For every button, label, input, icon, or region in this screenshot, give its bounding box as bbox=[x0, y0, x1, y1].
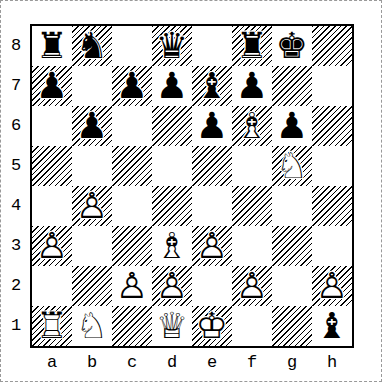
square-d3[interactable]: ♝♗ bbox=[152, 226, 192, 266]
piece-outline: ♙ bbox=[152, 266, 192, 306]
piece-fill: ♚ bbox=[272, 26, 312, 66]
rank-label-8: 8 bbox=[5, 26, 27, 66]
square-d5[interactable] bbox=[152, 146, 192, 186]
square-e2[interactable] bbox=[192, 266, 232, 306]
square-f5[interactable] bbox=[232, 146, 272, 186]
square-d8[interactable]: ♛ bbox=[152, 26, 192, 66]
black-pawn-piece[interactable]: ♟ bbox=[232, 66, 272, 106]
square-e3[interactable]: ♟♙ bbox=[192, 226, 232, 266]
square-g5[interactable]: ♞♘ bbox=[272, 146, 312, 186]
black-pawn-piece[interactable]: ♟ bbox=[112, 66, 152, 106]
square-c8[interactable] bbox=[112, 26, 152, 66]
white-pawn-piece[interactable]: ♟♙ bbox=[232, 266, 272, 306]
square-f4[interactable] bbox=[232, 186, 272, 226]
piece-outline: ♙ bbox=[312, 266, 352, 306]
square-d7[interactable]: ♟ bbox=[152, 66, 192, 106]
square-g6[interactable]: ♟ bbox=[272, 106, 312, 146]
piece-outline: ♙ bbox=[232, 266, 272, 306]
white-pawn-piece[interactable]: ♟♙ bbox=[72, 186, 112, 226]
square-b4[interactable]: ♟♙ bbox=[72, 186, 112, 226]
white-pawn-piece[interactable]: ♟♙ bbox=[152, 266, 192, 306]
piece-fill: ♞ bbox=[72, 26, 112, 66]
square-e4[interactable] bbox=[192, 186, 232, 226]
white-knight-piece[interactable]: ♞♘ bbox=[272, 146, 312, 186]
square-c5[interactable] bbox=[112, 146, 152, 186]
black-king-piece[interactable]: ♚ bbox=[272, 26, 312, 66]
square-h6[interactable] bbox=[312, 106, 352, 146]
square-c3[interactable] bbox=[112, 226, 152, 266]
white-queen-piece[interactable]: ♛♕ bbox=[152, 306, 192, 346]
white-bishop-piece[interactable]: ♝♗ bbox=[232, 106, 272, 146]
file-label-e: e bbox=[192, 350, 232, 376]
square-c1[interactable] bbox=[112, 306, 152, 346]
piece-fill: ♟ bbox=[112, 66, 152, 106]
file-label-c: c bbox=[112, 350, 152, 376]
black-rook-piece[interactable]: ♜ bbox=[32, 26, 72, 66]
black-pawn-piece[interactable]: ♟ bbox=[272, 106, 312, 146]
square-d4[interactable] bbox=[152, 186, 192, 226]
square-c7[interactable]: ♟ bbox=[112, 66, 152, 106]
black-pawn-piece[interactable]: ♟ bbox=[192, 106, 232, 146]
square-b5[interactable] bbox=[72, 146, 112, 186]
piece-fill: ♝ bbox=[312, 306, 352, 346]
white-pawn-piece[interactable]: ♟♙ bbox=[192, 226, 232, 266]
square-f3[interactable] bbox=[232, 226, 272, 266]
piece-outline: ♘ bbox=[72, 306, 112, 346]
square-h5[interactable] bbox=[312, 146, 352, 186]
square-e7[interactable]: ♝ bbox=[192, 66, 232, 106]
square-a6[interactable] bbox=[32, 106, 72, 146]
rank-label-5: 5 bbox=[5, 146, 27, 186]
square-f2[interactable]: ♟♙ bbox=[232, 266, 272, 306]
square-b7[interactable] bbox=[72, 66, 112, 106]
black-pawn-piece[interactable]: ♟ bbox=[72, 106, 112, 146]
piece-outline: ♕ bbox=[152, 306, 192, 346]
black-bishop-piece[interactable]: ♝ bbox=[312, 306, 352, 346]
piece-fill: ♜ bbox=[32, 26, 72, 66]
piece-outline: ♔ bbox=[192, 306, 232, 346]
square-b8[interactable]: ♞ bbox=[72, 26, 112, 66]
chess-board[interactable]: ♜♞♛♜♚♟♟♟♝♟♟♟♝♗♟♞♘♟♙♟♙♝♗♟♙♟♙♟♙♟♙♟♙♜♖♞♘♛♕♚… bbox=[32, 26, 352, 346]
white-knight-piece[interactable]: ♞♘ bbox=[72, 306, 112, 346]
square-b1[interactable]: ♞♘ bbox=[72, 306, 112, 346]
black-rook-piece[interactable]: ♜ bbox=[232, 26, 272, 66]
square-g8[interactable]: ♚ bbox=[272, 26, 312, 66]
board-frame: ♜♞♛♜♚♟♟♟♝♟♟♟♝♗♟♞♘♟♙♟♙♝♗♟♙♟♙♟♙♟♙♟♙♜♖♞♘♛♕♚… bbox=[30, 24, 354, 348]
square-e8[interactable] bbox=[192, 26, 232, 66]
square-a8[interactable]: ♜ bbox=[32, 26, 72, 66]
square-b3[interactable] bbox=[72, 226, 112, 266]
square-a3[interactable]: ♟♙ bbox=[32, 226, 72, 266]
square-e1[interactable]: ♚♔ bbox=[192, 306, 232, 346]
rank-label-6: 6 bbox=[5, 106, 27, 146]
file-label-a: a bbox=[32, 350, 72, 376]
square-f8[interactable]: ♜ bbox=[232, 26, 272, 66]
square-b6[interactable]: ♟ bbox=[72, 106, 112, 146]
square-g4[interactable] bbox=[272, 186, 312, 226]
square-g2[interactable] bbox=[272, 266, 312, 306]
piece-outline: ♙ bbox=[72, 186, 112, 226]
piece-outline: ♖ bbox=[32, 306, 72, 346]
white-pawn-piece[interactable]: ♟♙ bbox=[32, 226, 72, 266]
square-h3[interactable] bbox=[312, 226, 352, 266]
piece-fill: ♟ bbox=[232, 66, 272, 106]
file-label-g: g bbox=[272, 350, 312, 376]
white-pawn-piece[interactable]: ♟♙ bbox=[312, 266, 352, 306]
square-d1[interactable]: ♛♕ bbox=[152, 306, 192, 346]
piece-outline: ♙ bbox=[192, 226, 232, 266]
black-bishop-piece[interactable]: ♝ bbox=[192, 66, 232, 106]
rank-label-1: 1 bbox=[5, 306, 27, 346]
square-g7[interactable] bbox=[272, 66, 312, 106]
piece-fill: ♛ bbox=[152, 26, 192, 66]
file-label-b: b bbox=[72, 350, 112, 376]
file-label-d: d bbox=[152, 350, 192, 376]
black-queen-piece[interactable]: ♛ bbox=[152, 26, 192, 66]
square-a2[interactable] bbox=[32, 266, 72, 306]
piece-fill: ♟ bbox=[272, 106, 312, 146]
chess-diagram: 87654321 abcdefgh ♜♞♛♜♚♟♟♟♝♟♟♟♝♗♟♞♘♟♙♟♙♝… bbox=[0, 0, 382, 382]
piece-fill: ♟ bbox=[192, 106, 232, 146]
square-a4[interactable] bbox=[32, 186, 72, 226]
square-g1[interactable] bbox=[272, 306, 312, 346]
square-c6[interactable] bbox=[112, 106, 152, 146]
square-d2[interactable]: ♟♙ bbox=[152, 266, 192, 306]
white-pawn-piece[interactable]: ♟♙ bbox=[112, 266, 152, 306]
square-b2[interactable] bbox=[72, 266, 112, 306]
square-f6[interactable]: ♝♗ bbox=[232, 106, 272, 146]
piece-outline: ♙ bbox=[112, 266, 152, 306]
square-e5[interactable] bbox=[192, 146, 232, 186]
square-c2[interactable]: ♟♙ bbox=[112, 266, 152, 306]
square-f1[interactable] bbox=[232, 306, 272, 346]
file-label-f: f bbox=[232, 350, 272, 376]
piece-fill: ♜ bbox=[232, 26, 272, 66]
file-labels: abcdefgh bbox=[32, 350, 352, 376]
rank-labels: 87654321 bbox=[5, 26, 27, 346]
black-pawn-piece[interactable]: ♟ bbox=[32, 66, 72, 106]
square-h7[interactable] bbox=[312, 66, 352, 106]
square-h4[interactable] bbox=[312, 186, 352, 226]
piece-outline: ♙ bbox=[32, 226, 72, 266]
square-a1[interactable]: ♜♖ bbox=[32, 306, 72, 346]
white-rook-piece[interactable]: ♜♖ bbox=[32, 306, 72, 346]
square-g3[interactable] bbox=[272, 226, 312, 266]
piece-outline: ♗ bbox=[152, 226, 192, 266]
piece-outline: ♗ bbox=[232, 106, 272, 146]
black-pawn-piece[interactable]: ♟ bbox=[152, 66, 192, 106]
rank-label-2: 2 bbox=[5, 266, 27, 306]
white-bishop-piece[interactable]: ♝♗ bbox=[152, 226, 192, 266]
square-d6[interactable] bbox=[152, 106, 192, 146]
piece-fill: ♟ bbox=[32, 66, 72, 106]
square-h2[interactable]: ♟♙ bbox=[312, 266, 352, 306]
piece-fill: ♟ bbox=[152, 66, 192, 106]
piece-fill: ♟ bbox=[72, 106, 112, 146]
square-h1[interactable]: ♝ bbox=[312, 306, 352, 346]
square-c4[interactable] bbox=[112, 186, 152, 226]
piece-outline: ♘ bbox=[272, 146, 312, 186]
rank-label-7: 7 bbox=[5, 66, 27, 106]
white-king-piece[interactable]: ♚♔ bbox=[192, 306, 232, 346]
file-label-h: h bbox=[312, 350, 352, 376]
black-knight-piece[interactable]: ♞ bbox=[72, 26, 112, 66]
rank-label-4: 4 bbox=[5, 186, 27, 226]
square-h8[interactable] bbox=[312, 26, 352, 66]
square-f7[interactable]: ♟ bbox=[232, 66, 272, 106]
square-a7[interactable]: ♟ bbox=[32, 66, 72, 106]
piece-fill: ♝ bbox=[192, 66, 232, 106]
rank-label-3: 3 bbox=[5, 226, 27, 266]
square-a5[interactable] bbox=[32, 146, 72, 186]
square-e6[interactable]: ♟ bbox=[192, 106, 232, 146]
